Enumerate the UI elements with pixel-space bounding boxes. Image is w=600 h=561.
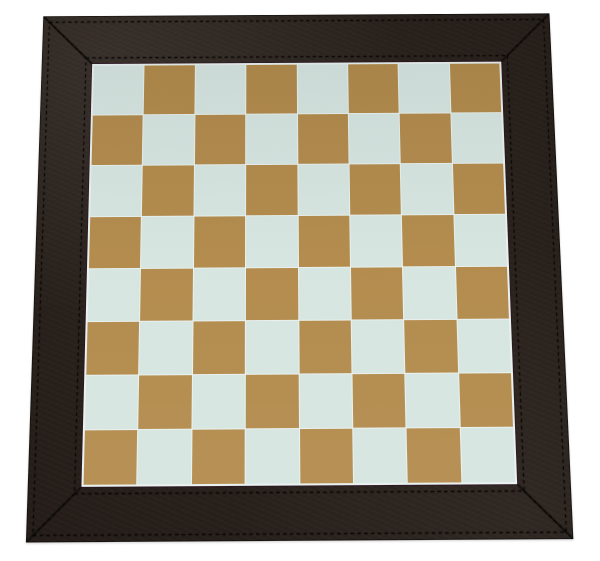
miter-stitch-top-left [48,22,87,58]
square-b2 [139,375,192,429]
square-f5 [350,215,402,266]
square-f1 [353,428,407,483]
squares-grid [84,63,515,484]
square-g7 [400,113,452,163]
square-h7 [451,113,503,163]
square-b6 [142,165,193,216]
square-e7 [298,114,349,164]
square-a1 [84,430,138,485]
square-e4 [299,268,351,320]
board-frame [26,13,573,542]
square-a3 [86,322,139,375]
square-e2 [299,374,352,428]
square-e5 [298,216,350,267]
chess-board [26,13,573,542]
square-f7 [349,114,400,164]
square-h5 [454,215,507,266]
square-a7 [92,115,143,165]
square-f4 [351,267,403,319]
square-f2 [352,374,405,428]
square-c2 [192,375,245,429]
square-c1 [192,429,245,484]
square-g2 [406,374,460,428]
square-f8 [348,64,399,113]
square-h6 [453,164,505,215]
square-c3 [193,321,245,374]
miter-seam-bottom-right [517,484,573,540]
square-b4 [140,269,192,321]
square-c4 [193,268,245,320]
square-d5 [246,216,297,267]
square-f6 [349,164,401,215]
square-a4 [88,269,141,321]
square-h8 [450,63,502,112]
square-b5 [141,217,193,268]
miter-stitch-bottom-left [33,494,75,536]
square-d2 [246,375,299,429]
square-g5 [402,215,454,266]
square-a6 [90,166,142,217]
square-c6 [194,165,245,216]
square-c7 [195,115,246,165]
miter-seam-top-right [499,13,551,61]
square-h2 [459,373,513,427]
square-b1 [138,430,192,485]
square-f3 [352,320,405,373]
miter-seam-bottom-left [26,487,82,543]
square-a8 [93,66,144,115]
square-d1 [246,429,299,484]
square-g6 [401,164,453,215]
square-d8 [246,65,296,114]
square-d7 [246,114,297,164]
square-g4 [403,267,456,319]
square-h1 [460,428,515,483]
miter-stitch-top-right [506,19,545,55]
square-b7 [143,115,194,165]
miter-seam-top-left [42,16,94,64]
play-area [81,62,517,487]
square-g3 [404,320,457,373]
square-a2 [85,375,139,429]
square-c5 [194,216,245,267]
square-b8 [144,65,195,114]
square-c8 [195,65,245,114]
square-e1 [300,429,353,484]
square-e6 [298,164,349,215]
square-d4 [246,268,298,320]
square-h3 [457,320,511,373]
square-g8 [399,64,450,113]
square-d3 [246,321,298,374]
miter-stitch-bottom-right [524,491,566,533]
square-h4 [456,267,509,319]
square-g1 [407,428,461,483]
square-e8 [297,64,347,113]
square-d6 [246,165,297,216]
square-e3 [299,321,352,374]
photo-background [0,0,600,561]
square-a5 [89,217,141,268]
square-b3 [140,321,193,374]
